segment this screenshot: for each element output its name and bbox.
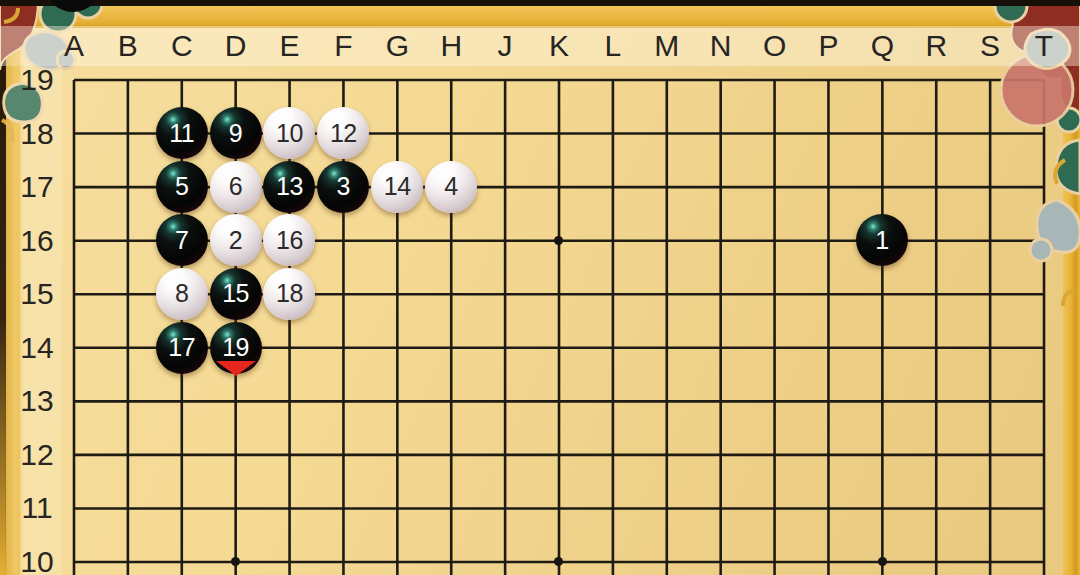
move-number: 6 [229, 174, 242, 199]
intersection-H17[interactable]: 4 [424, 160, 478, 214]
white-stone-E18[interactable]: 10 [263, 107, 315, 159]
move-number: 19 [222, 335, 249, 360]
intersection-Q16[interactable]: 1 [855, 214, 909, 268]
row-label-16: 16 [20, 224, 53, 258]
star-point-dot [231, 557, 240, 566]
move-number: 4 [444, 174, 457, 199]
black-stone-D15[interactable]: 15 [210, 268, 262, 320]
move-number: 13 [276, 174, 303, 199]
intersection-D18[interactable]: 9 [209, 107, 263, 161]
intersection-E17[interactable]: 13 [263, 160, 317, 214]
intersection-D17[interactable]: 6 [209, 160, 263, 214]
col-label-M: M [654, 29, 679, 63]
move-number: 14 [384, 174, 411, 199]
col-label-R: R [925, 29, 947, 63]
black-stone-C17[interactable]: 5 [156, 161, 208, 213]
star-point-Q10 [855, 535, 909, 575]
col-label-E: E [280, 29, 300, 63]
black-stone-D14[interactable]: 19 [210, 322, 262, 374]
move-number: 8 [175, 281, 188, 306]
intersection-E16[interactable]: 16 [263, 214, 317, 268]
move-number: 2 [229, 228, 242, 253]
col-label-K: K [549, 29, 569, 63]
top-edge-bar [0, 0, 1080, 6]
intersection-E15[interactable]: 18 [263, 267, 317, 321]
col-label-G: G [386, 29, 409, 63]
col-label-J: J [498, 29, 513, 63]
star-point-K10 [532, 535, 586, 575]
black-stone-C14[interactable]: 17 [156, 322, 208, 374]
intersection-D16[interactable]: 2 [209, 214, 263, 268]
star-point-dot [554, 236, 563, 245]
col-label-L: L [605, 29, 622, 63]
intersection-C17[interactable]: 5 [155, 160, 209, 214]
white-stone-C15[interactable]: 8 [156, 268, 208, 320]
col-label-F: F [334, 29, 352, 63]
intersection-F17[interactable]: 3 [316, 160, 370, 214]
move-number: 10 [276, 121, 303, 146]
move-number: 1 [875, 228, 888, 253]
black-stone-C18[interactable]: 11 [156, 107, 208, 159]
white-stone-E15[interactable]: 18 [263, 268, 315, 320]
black-stone-E17[interactable]: 13 [263, 161, 315, 213]
move-number: 17 [168, 335, 195, 360]
col-label-D: D [225, 29, 247, 63]
intersection-C14[interactable]: 17 [155, 321, 209, 375]
intersection-C18[interactable]: 11 [155, 107, 209, 161]
star-point-dot [554, 557, 563, 566]
intersection-G17[interactable]: 14 [370, 160, 424, 214]
move-number: 11 [169, 121, 194, 146]
move-number: 12 [330, 121, 357, 146]
white-stone-D16[interactable]: 2 [210, 214, 262, 266]
star-point-K16 [532, 214, 586, 268]
white-stone-D17[interactable]: 6 [210, 161, 262, 213]
white-stone-E16[interactable]: 16 [263, 214, 315, 266]
col-label-T: T [1035, 29, 1053, 63]
row-label-10: 10 [20, 545, 53, 575]
intersection-D15[interactable]: 15 [209, 267, 263, 321]
black-stone-Q16[interactable]: 1 [856, 214, 908, 266]
col-label-N: N [710, 29, 732, 63]
white-stone-F18[interactable]: 12 [317, 107, 369, 159]
col-label-A: A [64, 29, 84, 63]
intersection-C16[interactable]: 7 [155, 214, 209, 268]
col-label-C: C [171, 29, 193, 63]
row-label-13: 13 [20, 384, 53, 418]
intersection-E18[interactable]: 10 [263, 107, 317, 161]
row-label-11: 11 [21, 491, 52, 525]
row-label-12: 12 [20, 438, 53, 472]
row-label-18: 18 [20, 117, 53, 151]
col-label-Q: Q [871, 29, 894, 63]
intersection-F18[interactable]: 12 [316, 107, 370, 161]
black-stone-F17[interactable]: 3 [317, 161, 369, 213]
white-stone-G17[interactable]: 14 [371, 161, 423, 213]
row-label-15: 15 [20, 277, 53, 311]
row-label-19: 19 [20, 63, 53, 97]
col-label-O: O [763, 29, 786, 63]
move-number: 16 [276, 228, 303, 253]
move-number: 9 [229, 121, 242, 146]
col-label-P: P [818, 29, 838, 63]
black-stone-D18[interactable]: 9 [210, 107, 262, 159]
black-stone-C16[interactable]: 7 [156, 214, 208, 266]
white-stone-H17[interactable]: 4 [425, 161, 477, 213]
intersection-C15[interactable]: 8 [155, 267, 209, 321]
move-number: 5 [175, 174, 188, 199]
star-point-dot [878, 557, 887, 566]
col-label-B: B [118, 29, 138, 63]
go-game-screen: 11910125613314472161815181719 [0, 0, 1080, 575]
row-label-17: 17 [20, 170, 53, 204]
star-point-D10 [209, 535, 263, 575]
move-number: 3 [337, 174, 350, 199]
move-number: 7 [175, 228, 188, 253]
col-label-S: S [980, 29, 1000, 63]
move-number: 18 [276, 281, 303, 306]
col-label-H: H [440, 29, 462, 63]
go-board[interactable]: 11910125613314472161815181719 [47, 53, 1071, 575]
last-move-marker-icon [216, 361, 256, 376]
move-number: 15 [222, 281, 249, 306]
row-label-14: 14 [20, 331, 53, 365]
intersection-D14[interactable]: 19 [209, 321, 263, 375]
